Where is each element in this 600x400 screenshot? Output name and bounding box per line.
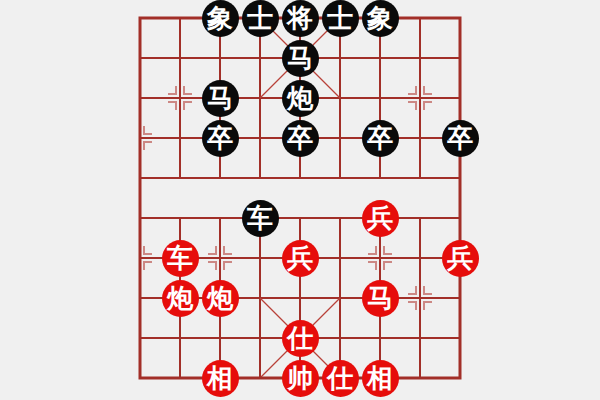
board-cell[interactable] <box>360 318 400 358</box>
piece-black-horse[interactable]: 马 <box>282 40 319 77</box>
piece-red-elephant[interactable]: 相 <box>202 360 239 397</box>
board-cell[interactable]: 卒 <box>200 118 240 158</box>
board-cell[interactable]: 车 <box>160 238 200 278</box>
board-cell[interactable]: 兵 <box>360 198 400 238</box>
board-cell[interactable]: 帅 <box>280 358 320 398</box>
board-cell[interactable]: 马 <box>360 278 400 318</box>
board-cell[interactable] <box>320 318 360 358</box>
board-cell[interactable] <box>120 158 160 198</box>
board-cell[interactable] <box>120 358 160 398</box>
piece-black-cannon[interactable]: 炮 <box>282 80 319 117</box>
board-cell[interactable]: 卒 <box>360 118 400 158</box>
piece-black-advisor[interactable]: 士 <box>322 0 359 37</box>
board-cell[interactable]: 相 <box>360 358 400 398</box>
board-cell[interactable] <box>160 118 200 158</box>
board-cell[interactable] <box>320 198 360 238</box>
piece-red-cannon[interactable]: 炮 <box>202 280 239 317</box>
board-cell[interactable] <box>240 118 280 158</box>
board-cell[interactable]: 车 <box>240 198 280 238</box>
board-cell[interactable]: 卒 <box>280 118 320 158</box>
board-cell[interactable] <box>320 278 360 318</box>
board-cell[interactable] <box>240 278 280 318</box>
piece-black-elephant[interactable]: 象 <box>362 0 399 37</box>
board-cell[interactable] <box>200 198 240 238</box>
board-cell[interactable] <box>280 158 320 198</box>
piece-red-soldier[interactable]: 兵 <box>362 200 399 237</box>
board-cell[interactable] <box>160 198 200 238</box>
piece-red-advisor[interactable]: 仕 <box>282 320 319 357</box>
board-cell[interactable] <box>320 158 360 198</box>
board-cell[interactable]: 马 <box>200 78 240 118</box>
piece-red-advisor[interactable]: 仕 <box>322 360 359 397</box>
board-cell[interactable] <box>360 238 400 278</box>
board-cell[interactable] <box>280 278 320 318</box>
board-cell[interactable] <box>240 158 280 198</box>
board-cell[interactable] <box>440 278 480 318</box>
board-cell[interactable] <box>240 358 280 398</box>
board-cell[interactable] <box>200 38 240 78</box>
board-cell[interactable] <box>360 158 400 198</box>
board-cell[interactable]: 炮 <box>200 278 240 318</box>
piece-red-elephant[interactable]: 相 <box>362 360 399 397</box>
board-cell[interactable]: 仕 <box>280 318 320 358</box>
board-cell[interactable] <box>120 0 160 38</box>
board-cell[interactable] <box>160 358 200 398</box>
board-cell[interactable]: 将 <box>280 0 320 38</box>
piece-red-cannon[interactable]: 炮 <box>162 280 199 317</box>
piece-black-horse[interactable]: 马 <box>202 80 239 117</box>
board-cell[interactable] <box>120 78 160 118</box>
board-cell[interactable] <box>160 38 200 78</box>
xiangqi-board: 象士将士象马马炮卒卒卒卒车兵车兵兵炮炮马仕相帅仕相 <box>0 0 600 400</box>
piece-black-chariot[interactable]: 车 <box>242 200 279 237</box>
piece-red-general[interactable]: 帅 <box>282 360 319 397</box>
board-cell[interactable] <box>320 38 360 78</box>
piece-red-chariot[interactable]: 车 <box>162 240 199 277</box>
board-cell[interactable] <box>440 198 480 238</box>
board-cell[interactable]: 士 <box>240 0 280 38</box>
board-cell[interactable]: 仕 <box>320 358 360 398</box>
board-cell[interactable] <box>240 38 280 78</box>
piece-black-soldier[interactable]: 卒 <box>282 120 319 157</box>
board-cell[interactable] <box>320 118 360 158</box>
board-cell[interactable] <box>120 318 160 358</box>
board-cell[interactable] <box>160 78 200 118</box>
board-cell[interactable] <box>200 318 240 358</box>
board-cell[interactable] <box>360 78 400 118</box>
board-grid: 象士将士象马马炮卒卒卒卒车兵车兵兵炮炮马仕相帅仕相 <box>120 0 480 398</box>
board-cell[interactable] <box>400 38 440 78</box>
piece-black-soldier[interactable]: 卒 <box>442 120 479 157</box>
board-cell[interactable] <box>120 38 160 78</box>
board-cell[interactable] <box>240 78 280 118</box>
board-cell[interactable]: 炮 <box>280 78 320 118</box>
board-cell[interactable] <box>440 318 480 358</box>
board-cell[interactable]: 象 <box>360 0 400 38</box>
piece-red-soldier[interactable]: 兵 <box>442 240 479 277</box>
board-cell[interactable] <box>240 318 280 358</box>
board-cell[interactable] <box>400 318 440 358</box>
board-cell[interactable] <box>200 158 240 198</box>
board-cell[interactable] <box>400 358 440 398</box>
piece-red-horse[interactable]: 马 <box>362 280 399 317</box>
board-cell[interactable] <box>400 238 440 278</box>
board-cell[interactable] <box>360 38 400 78</box>
board-cell[interactable]: 兵 <box>440 238 480 278</box>
board-cell[interactable] <box>320 78 360 118</box>
board-cell[interactable]: 炮 <box>160 278 200 318</box>
board-cell[interactable] <box>320 238 360 278</box>
board-cell[interactable] <box>240 238 280 278</box>
board-cell[interactable] <box>160 158 200 198</box>
board-cell[interactable] <box>440 38 480 78</box>
piece-black-general[interactable]: 将 <box>282 0 319 37</box>
board-cell[interactable]: 卒 <box>440 118 480 158</box>
board-cell[interactable] <box>160 318 200 358</box>
board-cell[interactable] <box>120 278 160 318</box>
board-cell[interactable] <box>440 0 480 38</box>
board-cell[interactable] <box>440 158 480 198</box>
board-cell[interactable] <box>440 358 480 398</box>
board-cell[interactable] <box>400 278 440 318</box>
board-cell[interactable]: 马 <box>280 38 320 78</box>
piece-black-soldier[interactable]: 卒 <box>362 120 399 157</box>
board-cell[interactable] <box>120 118 160 158</box>
board-cell[interactable] <box>400 198 440 238</box>
board-cell[interactable] <box>200 238 240 278</box>
board-cell[interactable]: 士 <box>320 0 360 38</box>
piece-black-elephant[interactable]: 象 <box>202 0 239 37</box>
board-cell[interactable] <box>400 0 440 38</box>
board-cell[interactable]: 相 <box>200 358 240 398</box>
piece-black-advisor[interactable]: 士 <box>242 0 279 37</box>
board-cell[interactable] <box>440 78 480 118</box>
board-cell[interactable]: 象 <box>200 0 240 38</box>
board-cell[interactable]: 兵 <box>280 238 320 278</box>
piece-red-soldier[interactable]: 兵 <box>282 240 319 277</box>
board-cell[interactable] <box>280 198 320 238</box>
board-cell[interactable] <box>160 0 200 38</box>
board-cell[interactable] <box>120 198 160 238</box>
board-cell[interactable] <box>400 158 440 198</box>
board-cell[interactable] <box>400 118 440 158</box>
board-cell[interactable] <box>400 78 440 118</box>
board-cell[interactable] <box>120 238 160 278</box>
piece-black-soldier[interactable]: 卒 <box>202 120 239 157</box>
